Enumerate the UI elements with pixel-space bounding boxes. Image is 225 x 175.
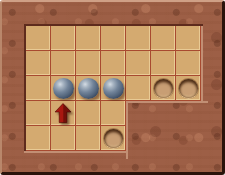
board-cell xyxy=(26,126,51,151)
board-cell xyxy=(176,26,201,51)
board-cell xyxy=(101,126,126,151)
board-cell xyxy=(101,101,126,126)
board-cell xyxy=(26,101,51,126)
board-cell xyxy=(51,126,76,151)
board-cell xyxy=(176,76,201,101)
board-cell xyxy=(26,51,51,76)
hole-target xyxy=(104,129,123,148)
board-cell xyxy=(101,26,126,51)
board-cell xyxy=(126,51,151,76)
board-cell xyxy=(126,26,151,51)
board-cell xyxy=(101,76,126,101)
hole-target xyxy=(179,79,198,98)
marble-piece[interactable] xyxy=(103,78,124,99)
board-cell xyxy=(126,76,151,101)
board-recess-highlight-right xyxy=(201,26,203,101)
board-cell xyxy=(51,51,76,76)
board-cell xyxy=(151,76,176,101)
board-recess-highlight-bottom xyxy=(24,151,128,153)
marble-piece[interactable] xyxy=(53,78,74,99)
board-cell xyxy=(76,126,101,151)
board-cell xyxy=(151,26,176,51)
board-cell xyxy=(76,51,101,76)
board-cell xyxy=(76,76,101,101)
board-cell xyxy=(101,51,126,76)
board-cell xyxy=(76,26,101,51)
board-cell xyxy=(51,76,76,101)
wood-step-block xyxy=(126,101,208,159)
player-arrow-up-icon[interactable] xyxy=(54,103,72,123)
game-window xyxy=(0,0,225,175)
board-cell xyxy=(51,101,76,126)
board-cell xyxy=(26,26,51,51)
board-cell xyxy=(51,26,76,51)
board-cell xyxy=(176,51,201,76)
board-cell xyxy=(76,101,101,126)
board-cell xyxy=(26,76,51,101)
hole-target xyxy=(154,79,173,98)
marble-piece[interactable] xyxy=(78,78,99,99)
board-cell xyxy=(151,51,176,76)
